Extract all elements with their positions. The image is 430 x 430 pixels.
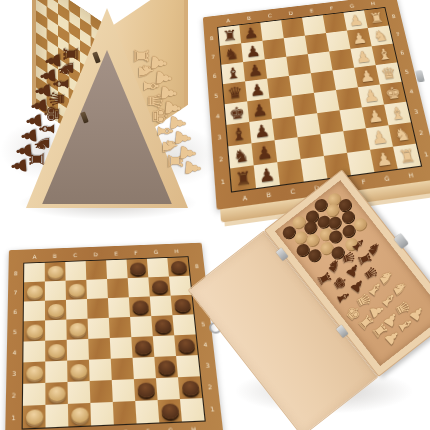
draughts-man [26, 365, 43, 380]
draughts-square [169, 276, 192, 296]
chess-piece: ♞ [223, 46, 239, 62]
draughts-square [135, 400, 159, 423]
coordinate-label: 6 [400, 49, 405, 55]
coordinate-label: 8 [391, 13, 396, 19]
draughts-square [66, 299, 88, 320]
coordinate-label: C [73, 252, 77, 258]
coordinate-label: 7 [395, 31, 400, 37]
draughts-man [137, 382, 155, 397]
chess-square [277, 159, 304, 185]
magnetic-dark-pawn: ♟ [9, 156, 30, 176]
draughts-square [45, 382, 68, 405]
coordinate-label: 7 [211, 53, 215, 59]
coordinate-label: H [191, 425, 197, 430]
coordinate-label: F [134, 250, 138, 256]
draughts-square [178, 376, 202, 399]
draughts-man [154, 319, 171, 333]
draughts-square [128, 277, 150, 297]
draughts-man [26, 324, 42, 338]
draughts-square [23, 405, 46, 429]
chess-piece: ♚ [228, 104, 245, 122]
draughts-man [151, 280, 168, 293]
draughts-board-perspective: ABCDEFGH ABCDEFGH 87654321 87654321 [5, 243, 224, 430]
coordinate-label: 3 [217, 133, 222, 140]
rank-labels-left: 87654321 [9, 264, 21, 429]
coordinate-label: 7 [14, 289, 18, 296]
chess-piece: ♝ [388, 104, 407, 122]
draughts-square [108, 297, 130, 318]
chess-squares-grid: ♜♟♟♜♞♟♟♞♝♟♟♝♛♟♟♛♚♟♟♚♝♟♟♝♞♟♟♞♜♟♟♜ [217, 7, 422, 193]
coordinate-label: 4 [216, 112, 220, 119]
chess-piece: ♟ [362, 87, 380, 104]
chess-piece: ♚ [384, 84, 403, 101]
coordinate-label: 4 [203, 341, 208, 348]
coordinate-label: D [288, 10, 293, 16]
coordinate-label: 3 [413, 107, 418, 114]
draughts-square [90, 402, 113, 426]
draughts-square [113, 401, 137, 424]
chess-piece: ♛ [227, 84, 244, 101]
draughts-square [148, 277, 170, 297]
chess-piece: ♟ [374, 150, 394, 169]
chess-board: ABCDEFGH ABCDEFGH 87654321 87654321 ♜♟♟♜… [203, 0, 430, 210]
chess-square: ♜ [230, 165, 256, 191]
draughts-square [167, 257, 189, 276]
chess-board-perspective: ABCDEFGH ABCDEFGH 87654321 87654321 ♜♟♟♜… [203, 0, 430, 210]
draughts-man [48, 386, 65, 401]
draughts-square [147, 258, 169, 277]
draughts-man [170, 260, 187, 273]
chess-piece: ♛ [379, 65, 397, 82]
draughts-square [107, 278, 129, 298]
draughts-square [67, 360, 90, 382]
coordinate-label: G [168, 426, 174, 430]
coordinate-label: 5 [404, 68, 409, 75]
chess-piece: ♝ [225, 65, 242, 82]
coordinate-label: 5 [13, 328, 17, 335]
draughts-square [172, 314, 195, 335]
chess-piece: ♜ [234, 168, 252, 188]
coordinate-label: H [370, 0, 375, 6]
chess-square [298, 134, 324, 159]
draughts-square [45, 340, 67, 362]
coordinate-label: H [174, 248, 179, 254]
draughts-square [89, 359, 112, 381]
chess-piece: ♟ [243, 25, 259, 41]
draughts-man [47, 265, 63, 278]
open-box-view: ♜♞♛♝♚♟♜♞♝♟♛♚♛♝♞♜♟♝♞♜♟♛♟♝♟ [214, 190, 430, 430]
draughts-man [134, 340, 151, 354]
coordinate-label: 8 [195, 263, 199, 269]
draughts-man [68, 283, 84, 296]
coordinate-label: H [408, 171, 414, 179]
chess-piece: ♟ [351, 30, 368, 46]
draughts-man [25, 409, 42, 425]
coordinate-label: F [330, 5, 334, 11]
chess-piece: ♞ [392, 125, 411, 144]
chess-square: ♟ [251, 140, 277, 165]
chess-piece: ♜ [397, 147, 417, 166]
chess-piece: ♜ [222, 28, 238, 44]
draughts-man [47, 303, 63, 317]
coordinate-label: 6 [13, 308, 17, 315]
chess-piece: ♟ [251, 101, 268, 119]
chess-square [301, 156, 328, 182]
draughts-square [156, 377, 180, 400]
chess-piece: ♟ [253, 122, 271, 141]
draughts-square [110, 337, 133, 359]
coordinate-label: 3 [205, 362, 210, 369]
draughts-square [45, 361, 67, 383]
chess-piece: ♟ [370, 128, 389, 147]
draughts-man [129, 262, 145, 275]
coordinate-label: 1 [221, 177, 226, 185]
draughts-square [129, 296, 151, 316]
coordinate-label: 1 [11, 414, 15, 422]
chess-piece: ♟ [245, 43, 262, 59]
draughts-view: ABCDEFGH ABCDEFGH 87654321 87654321 [4, 226, 216, 430]
chess-piece: ♟ [255, 143, 273, 162]
draughts-square [23, 341, 45, 363]
coordinate-label: G [154, 249, 159, 255]
chess-piece: ♟ [347, 13, 364, 28]
chess-square [275, 137, 301, 162]
draughts-man [177, 338, 195, 352]
product-photo-stage: ♜♞♝♛♚♝♞♜♟♟♟♟♟♟♟♟♜♞♝♛♚♝♞♜♟♟♟♟♟♟♟♟ ABCDEFG… [0, 0, 430, 430]
chess-piece: ♞ [232, 146, 250, 165]
chess-square: ♞ [228, 143, 253, 168]
draughts-square [134, 378, 158, 401]
draughts-square [45, 262, 66, 282]
draughts-square [133, 357, 156, 379]
coordinate-label: 1 [423, 150, 429, 158]
coordinate-label: A [226, 17, 230, 23]
coordinate-label: 2 [208, 383, 213, 390]
draughts-man [70, 363, 87, 378]
draughts-square [68, 403, 91, 427]
draughts-square [66, 319, 88, 340]
draughts-square [111, 358, 134, 380]
draughts-square [23, 361, 45, 383]
draughts-man [69, 322, 86, 336]
chess-setup-view: ABCDEFGH ABCDEFGH 87654321 87654321 ♜♟♟♜… [200, 0, 430, 210]
chess-piece: ♞ [371, 28, 389, 44]
draughts-square [45, 300, 66, 321]
chess-piece: ♟ [258, 165, 276, 185]
draughts-square [45, 281, 66, 301]
chess-piece: ♟ [358, 68, 376, 85]
coordinate-label: 5 [201, 321, 206, 328]
coordinate-label: 5 [214, 92, 218, 99]
chess-piece: ♝ [230, 125, 248, 144]
coordinate-label: G [384, 174, 390, 182]
draughts-square [106, 260, 128, 279]
chess-piece: ♜ [368, 10, 385, 25]
draughts-square [86, 279, 108, 299]
draughts-square [171, 295, 194, 315]
chess-piece: ♟ [247, 62, 264, 79]
draughts-square [90, 380, 113, 403]
draughts-square [158, 399, 182, 422]
draughts-square [174, 334, 198, 356]
coordinate-label: E [309, 8, 313, 14]
coordinate-label: C [268, 12, 273, 18]
coordinate-label: 8 [14, 270, 18, 276]
coordinate-label: E [114, 250, 118, 256]
draughts-square [88, 318, 110, 339]
chess-square: ♜ [393, 144, 421, 169]
chess-square: ♟ [254, 162, 280, 188]
chess-square: ♞ [388, 122, 415, 146]
draughts-man [173, 298, 190, 312]
folded-board-view: ♜♞♝♛♚♝♞♜♟♟♟♟♟♟♟♟♜♞♝♛♚♝♞♜♟♟♟♟♟♟♟♟ [0, 0, 215, 218]
draughts-square [180, 398, 205, 421]
draughts-square [131, 336, 154, 358]
coordinate-label: B [247, 15, 252, 21]
draughts-square [130, 316, 153, 337]
draughts-square [67, 339, 89, 361]
chess-piece: ♟ [354, 49, 372, 65]
draughts-board: ABCDEFGH ABCDEFGH 87654321 87654321 [5, 243, 224, 430]
draughts-man [48, 343, 65, 358]
coordinate-label: 4 [13, 349, 17, 356]
coordinate-label: 3 [12, 370, 16, 377]
coordinate-label: 2 [12, 391, 16, 399]
draughts-square [65, 261, 86, 281]
coordinate-label: 4 [409, 87, 414, 94]
draughts-square [150, 296, 173, 316]
draughts-square [176, 355, 200, 377]
draughts-squares-grid [22, 256, 206, 429]
coordinate-label: F [361, 178, 366, 186]
draughts-square [67, 381, 90, 404]
draughts-square [153, 335, 176, 357]
draughts-square [88, 338, 111, 360]
draughts-square [24, 281, 45, 301]
coordinate-label: D [93, 251, 98, 257]
draughts-square [24, 263, 45, 283]
draughts-square [112, 379, 135, 402]
draughts-man [181, 380, 199, 395]
draughts-man [132, 300, 149, 314]
draughts-square [24, 320, 46, 341]
draughts-square [109, 317, 131, 338]
coordinate-label: 6 [212, 72, 216, 79]
chess-piece: ♟ [366, 107, 385, 125]
draughts-square [45, 404, 68, 428]
draughts-square [23, 383, 46, 406]
draughts-square [45, 320, 67, 341]
draughts-square [86, 260, 107, 279]
magnetic-light-pawn: ♟ [182, 158, 203, 178]
draughts-man [161, 403, 179, 419]
draughts-square [24, 301, 45, 322]
chess-piece: ♝ [375, 46, 393, 62]
draughts-man [71, 407, 89, 423]
coordinate-label: 2 [219, 155, 224, 163]
draughts-square [151, 315, 174, 336]
draughts-square [66, 280, 87, 300]
coordinate-label: B [53, 253, 57, 259]
case-clasp-icon [415, 70, 425, 82]
coordinate-label: A [32, 253, 36, 259]
draughts-man [26, 285, 42, 298]
coordinate-label: G [349, 3, 354, 9]
draughts-square [87, 298, 109, 319]
draughts-square [154, 356, 178, 378]
draughts-square [127, 259, 149, 278]
chess-piece: ♟ [249, 81, 266, 98]
draughts-man [157, 360, 175, 375]
coordinate-label: 8 [210, 35, 214, 41]
coordinate-label: 2 [418, 128, 424, 135]
